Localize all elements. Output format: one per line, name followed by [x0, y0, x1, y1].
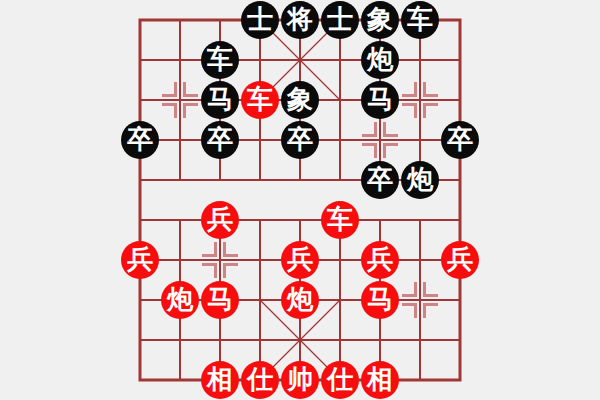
marker-corner [402, 103, 417, 118]
marker-corner [423, 303, 438, 318]
piece-red-elephant[interactable]: 相 [361, 361, 399, 399]
piece-red-advisor[interactable]: 仕 [241, 361, 279, 399]
marker-corner [162, 82, 177, 97]
last-move-marker [202, 242, 238, 278]
marker-corner [362, 122, 377, 137]
piece-black-cannon[interactable]: 炮 [361, 41, 399, 79]
piece-black-soldier[interactable]: 卒 [361, 161, 399, 199]
piece-red-soldier[interactable]: 兵 [281, 241, 319, 279]
piece-red-chariot[interactable]: 车 [321, 201, 359, 239]
marker-corner [202, 263, 217, 278]
piece-black-general[interactable]: 将 [281, 1, 319, 39]
piece-red-horse[interactable]: 马 [201, 281, 239, 319]
marker-corner [402, 282, 417, 297]
last-move-marker [362, 122, 398, 158]
piece-black-soldier[interactable]: 卒 [281, 121, 319, 159]
piece-red-general[interactable]: 帅 [281, 361, 319, 399]
piece-black-chariot[interactable]: 车 [401, 1, 439, 39]
marker-corner [202, 242, 217, 257]
piece-black-horse[interactable]: 马 [201, 81, 239, 119]
piece-red-soldier[interactable]: 兵 [121, 241, 159, 279]
marker-corner [383, 122, 398, 137]
piece-black-advisor[interactable]: 士 [321, 1, 359, 39]
piece-red-soldier[interactable]: 兵 [441, 241, 479, 279]
piece-red-horse[interactable]: 马 [361, 281, 399, 319]
xiangqi-diagram: 士将士象车车炮马车象马卒卒卒卒卒炮兵车兵兵兵兵炮马炮马相仕帅仕相 [0, 0, 600, 400]
piece-black-elephant[interactable]: 象 [281, 81, 319, 119]
marker-corner [423, 82, 438, 97]
piece-red-cannon[interactable]: 炮 [281, 281, 319, 319]
board-grid [0, 0, 600, 400]
marker-corner [183, 82, 198, 97]
piece-red-soldier[interactable]: 兵 [361, 241, 399, 279]
piece-black-soldier[interactable]: 卒 [201, 121, 239, 159]
marker-corner [423, 282, 438, 297]
last-move-marker [402, 82, 438, 118]
piece-black-advisor[interactable]: 士 [241, 1, 279, 39]
marker-corner [362, 143, 377, 158]
piece-red-elephant[interactable]: 相 [201, 361, 239, 399]
last-move-marker [402, 282, 438, 318]
marker-corner [402, 303, 417, 318]
piece-black-soldier[interactable]: 卒 [121, 121, 159, 159]
marker-corner [223, 263, 238, 278]
piece-black-horse[interactable]: 马 [361, 81, 399, 119]
marker-corner [183, 103, 198, 118]
marker-corner [383, 143, 398, 158]
last-move-marker [162, 82, 198, 118]
piece-red-chariot[interactable]: 车 [241, 81, 279, 119]
marker-corner [162, 103, 177, 118]
piece-red-advisor[interactable]: 仕 [321, 361, 359, 399]
marker-corner [223, 242, 238, 257]
piece-red-soldier[interactable]: 兵 [201, 201, 239, 239]
piece-black-chariot[interactable]: 车 [201, 41, 239, 79]
marker-corner [423, 103, 438, 118]
piece-black-elephant[interactable]: 象 [361, 1, 399, 39]
piece-black-cannon[interactable]: 炮 [401, 161, 439, 199]
piece-black-soldier[interactable]: 卒 [441, 121, 479, 159]
piece-red-cannon[interactable]: 炮 [161, 281, 199, 319]
marker-corner [402, 82, 417, 97]
